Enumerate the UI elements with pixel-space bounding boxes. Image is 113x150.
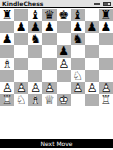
square-h2[interactable]: ♟♙ [99, 82, 113, 94]
chess-board: ♜♝♛♚♝♜♟♟♟♟♟♟♟♞♞♟♝♗♟♙♞♘♟♙♟♙♟♙♟♙♟♙♟♙♟♙♜♖♞♘… [0, 9, 113, 106]
square-c7[interactable]: ♟ [28, 21, 42, 33]
square-b4[interactable] [14, 58, 28, 70]
square-g5[interactable] [85, 45, 99, 57]
square-d5[interactable] [42, 45, 56, 57]
square-g8[interactable] [85, 9, 99, 21]
white-knight: ♞♘ [72, 70, 83, 82]
square-e5[interactable]: ♟ [57, 45, 71, 57]
square-h7[interactable]: ♟ [99, 21, 113, 33]
black-bishop: ♝ [72, 9, 83, 21]
square-h6[interactable] [99, 33, 113, 45]
square-g7[interactable]: ♟ [85, 21, 99, 33]
battery-icon [103, 2, 111, 6]
square-g2[interactable]: ♟♙ [85, 82, 99, 94]
square-c2[interactable]: ♟♙ [28, 82, 42, 94]
square-f2[interactable]: ♟♙ [71, 82, 85, 94]
black-pawn: ♟ [101, 21, 112, 33]
square-c1[interactable]: ♝♗ [28, 94, 42, 106]
square-h8[interactable]: ♜ [99, 9, 113, 21]
square-h3[interactable] [99, 70, 113, 82]
black-pawn: ♟ [2, 33, 13, 45]
white-pawn: ♟♙ [44, 82, 55, 94]
square-c3[interactable] [28, 70, 42, 82]
white-bishop: ♝♗ [2, 58, 13, 70]
black-pawn: ♟ [58, 45, 69, 57]
white-rook: ♜♖ [101, 94, 112, 106]
black-queen: ♛ [44, 9, 55, 21]
square-f1[interactable] [71, 94, 85, 106]
square-c5[interactable] [28, 45, 42, 57]
square-b5[interactable] [14, 45, 28, 57]
square-e1[interactable]: ♚♔ [57, 94, 71, 106]
square-b6[interactable] [14, 33, 28, 45]
square-a6[interactable]: ♟ [0, 33, 14, 45]
square-g4[interactable] [85, 58, 99, 70]
square-g6[interactable] [85, 33, 99, 45]
black-rook: ♜ [2, 9, 13, 21]
black-rook: ♜ [101, 9, 112, 21]
black-king: ♚ [58, 9, 69, 21]
square-f3[interactable]: ♞♘ [71, 70, 85, 82]
square-f4[interactable] [71, 58, 85, 70]
square-a2[interactable]: ♟♙ [0, 82, 14, 94]
square-a4[interactable]: ♝♗ [0, 58, 14, 70]
white-pawn: ♟♙ [58, 58, 69, 70]
white-bishop: ♝♗ [30, 94, 41, 106]
square-f5[interactable] [71, 45, 85, 57]
square-b8[interactable] [14, 9, 28, 21]
square-h4[interactable] [99, 58, 113, 70]
square-a7[interactable] [0, 21, 14, 33]
black-bishop: ♝ [30, 9, 41, 21]
square-a5[interactable] [0, 45, 14, 57]
minimize-icon [94, 3, 100, 5]
square-d2[interactable]: ♟♙ [42, 82, 56, 94]
titlebar: KindleChess [0, 0, 113, 8]
square-e3[interactable] [57, 70, 71, 82]
square-b2[interactable]: ♟♙ [14, 82, 28, 94]
square-d7[interactable]: ♟ [42, 21, 56, 33]
square-c4[interactable] [28, 58, 42, 70]
square-c8[interactable]: ♝ [28, 9, 42, 21]
next-move-button[interactable]: Next Move [0, 139, 113, 148]
titlebar-icons [94, 2, 111, 6]
square-d4[interactable] [42, 58, 56, 70]
square-e8[interactable]: ♚ [57, 9, 71, 21]
black-pawn: ♟ [16, 21, 27, 33]
white-pawn: ♟♙ [86, 82, 97, 94]
square-f8[interactable]: ♝ [71, 9, 85, 21]
white-king: ♚♔ [58, 94, 69, 106]
square-a8[interactable]: ♜ [0, 9, 14, 21]
square-e6[interactable] [57, 33, 71, 45]
square-b7[interactable]: ♟ [14, 21, 28, 33]
white-pawn: ♟♙ [2, 82, 13, 94]
square-d3[interactable] [42, 70, 56, 82]
white-pawn: ♟♙ [16, 82, 27, 94]
square-d6[interactable] [42, 33, 56, 45]
square-b1[interactable]: ♞♘ [14, 94, 28, 106]
square-f6[interactable]: ♞ [71, 33, 85, 45]
square-e2[interactable] [57, 82, 71, 94]
app-title: KindleChess [2, 0, 43, 8]
black-pawn: ♟ [44, 21, 55, 33]
black-pawn: ♟ [30, 21, 41, 33]
white-pawn: ♟♙ [30, 82, 41, 94]
square-h1[interactable]: ♜♖ [99, 94, 113, 106]
square-a3[interactable] [0, 70, 14, 82]
black-knight: ♞ [30, 33, 41, 45]
square-b3[interactable] [14, 70, 28, 82]
white-queen: ♛♕ [44, 94, 55, 106]
black-knight: ♞ [72, 33, 83, 45]
black-pawn: ♟ [72, 21, 83, 33]
black-pawn: ♟ [86, 21, 97, 33]
white-knight: ♞♘ [16, 94, 27, 106]
square-f7[interactable]: ♟ [71, 21, 85, 33]
square-h5[interactable] [99, 45, 113, 57]
square-e7[interactable] [57, 21, 71, 33]
square-g1[interactable] [85, 94, 99, 106]
square-d1[interactable]: ♛♕ [42, 94, 56, 106]
square-e4[interactable]: ♟♙ [57, 58, 71, 70]
square-a1[interactable]: ♜♖ [0, 94, 14, 106]
next-move-label: Next Move [41, 139, 73, 148]
white-pawn: ♟♙ [72, 82, 83, 94]
square-g3[interactable] [85, 70, 99, 82]
white-pawn: ♟♙ [101, 82, 112, 94]
square-d8[interactable]: ♛ [42, 9, 56, 21]
white-rook: ♜♖ [2, 94, 13, 106]
square-c6[interactable]: ♞ [28, 33, 42, 45]
